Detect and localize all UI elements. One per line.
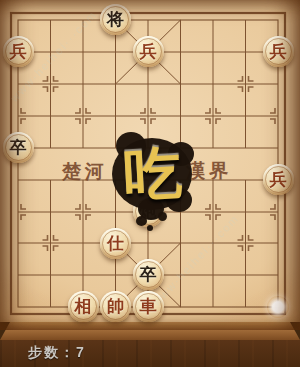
piece-black-soldier-b[interactable]: 卒	[133, 259, 164, 290]
piece-red-chariot[interactable]: 車	[133, 291, 164, 322]
step-counter-label: 步数：	[28, 344, 76, 360]
piece-red-advisor[interactable]: 仕	[100, 228, 131, 259]
piece-black-cannon[interactable]: 炮	[133, 196, 164, 227]
piece-red-soldier-b[interactable]: 兵	[133, 36, 164, 67]
xiangqi-board: 楚河 漢界 将兵兵兵卒兵炮仕卒相帥車 吃 www·heihei···com ww…	[0, 0, 300, 322]
step-counter-value: 7	[76, 344, 86, 360]
step-counter: 步数：7	[28, 344, 86, 362]
last-move-origin-dot	[267, 296, 289, 318]
piece-black-general[interactable]: 将	[100, 4, 131, 35]
piece-black-soldier-a[interactable]: 卒	[3, 132, 34, 163]
piece-red-general[interactable]: 帥	[100, 291, 131, 322]
game-screen: 楚河 漢界 将兵兵兵卒兵炮仕卒相帥車 吃 www·heihei···com ww…	[0, 0, 300, 367]
piece-red-soldier-a[interactable]: 兵	[3, 36, 34, 67]
pieces-grid: 将兵兵兵卒兵炮仕卒相帥車	[2, 4, 295, 323]
piece-red-soldier-c[interactable]: 兵	[263, 36, 294, 67]
piece-red-soldier-d[interactable]: 兵	[263, 164, 294, 195]
piece-red-elephant[interactable]: 相	[68, 291, 99, 322]
